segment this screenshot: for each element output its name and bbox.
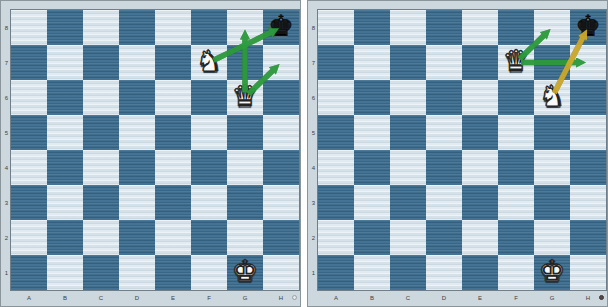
board-square-g1[interactable]: ♚ [227,255,263,290]
board-square-d3[interactable] [426,185,462,220]
file-label-f: F [514,294,518,302]
board-square-h5[interactable] [570,115,606,150]
board-square-e1[interactable] [155,255,191,290]
board-square-f1[interactable] [191,255,227,290]
board-square-a7[interactable] [11,45,47,80]
board-square-h5[interactable] [263,115,299,150]
rank-label-5: 5 [3,130,10,136]
file-label-b: B [370,294,374,302]
board-square-a3[interactable] [318,185,354,220]
board-square-f6[interactable] [191,80,227,115]
board-square-c4[interactable] [83,150,119,185]
board-square-c6[interactable] [83,80,119,115]
board-square-e5[interactable] [462,115,498,150]
board-square-g8[interactable] [534,10,570,45]
board-square-c1[interactable] [390,255,426,290]
board-square-d1[interactable] [119,255,155,290]
board-square-b2[interactable] [354,220,390,255]
white-to-move-indicator [292,295,297,300]
black-king-h8[interactable]: ♚ [268,9,294,44]
board-square-f7[interactable]: ♞ [191,45,227,80]
board-square-a6[interactable] [318,80,354,115]
rank-label-4: 4 [3,165,10,171]
board-square-a1[interactable] [11,255,47,290]
board-square-a7[interactable] [318,45,354,80]
file-label-g: G [243,294,248,302]
rank-label-2: 2 [310,235,317,241]
board-square-h8[interactable]: ♚ [570,10,606,45]
board-square-d7[interactable] [426,45,462,80]
board-square-b6[interactable] [354,80,390,115]
board-square-d6[interactable] [426,80,462,115]
rank-label-7: 7 [310,60,317,66]
file-label-e: E [478,294,482,302]
file-label-a: A [334,294,338,302]
board-square-e3[interactable] [155,185,191,220]
board-square-d5[interactable] [426,115,462,150]
board-square-a8[interactable] [11,10,47,45]
rank-label-1: 1 [310,270,317,276]
board-square-a2[interactable] [318,220,354,255]
rank-label-8: 8 [3,25,10,31]
board-square-c6[interactable] [390,80,426,115]
board-square-c5[interactable] [390,115,426,150]
board-square-h1[interactable] [263,255,299,290]
board-square-a4[interactable] [11,150,47,185]
board-square-c2[interactable] [390,220,426,255]
board-square-f4[interactable] [498,150,534,185]
board-square-b5[interactable] [354,115,390,150]
board-square-d2[interactable] [426,220,462,255]
board-square-d1[interactable] [426,255,462,290]
rank-label-3: 3 [310,200,317,206]
board-square-e2[interactable] [155,220,191,255]
board-square-h7[interactable] [570,45,606,80]
board-square-h7[interactable] [263,45,299,80]
board-square-f5[interactable] [191,115,227,150]
board-square-d4[interactable] [426,150,462,185]
file-label-c: C [406,294,410,302]
board-square-g5[interactable] [227,115,263,150]
white-king-g1[interactable]: ♚ [539,254,565,289]
board-square-d4[interactable] [119,150,155,185]
right-board-panel: ♚♛♞♚87654321ABCDEFGH [307,0,608,307]
board-square-a3[interactable] [11,185,47,220]
board-square-h1[interactable] [570,255,606,290]
board-square-f1[interactable] [498,255,534,290]
board-square-f3[interactable] [498,185,534,220]
board-square-d7[interactable] [119,45,155,80]
file-label-h: H [279,294,283,302]
file-label-c: C [99,294,103,302]
board-square-b3[interactable] [354,185,390,220]
board-square-c8[interactable] [390,10,426,45]
board-square-a6[interactable] [11,80,47,115]
board-square-b3[interactable] [47,185,83,220]
file-label-a: A [27,294,31,302]
board-square-e6[interactable] [462,80,498,115]
black-to-move-indicator [599,295,604,300]
board-square-g6[interactable]: ♛ [227,80,263,115]
board-square-g4[interactable] [534,150,570,185]
board-square-h3[interactable] [263,185,299,220]
rank-label-1: 1 [3,270,10,276]
black-king-h8[interactable]: ♚ [575,9,601,44]
board-square-b1[interactable] [47,255,83,290]
white-knight-f7[interactable]: ♞ [196,44,222,79]
rank-label-4: 4 [310,165,317,171]
left-board-panel: ♚♞♛♚87654321ABCDEFGH [0,0,301,307]
board-square-c7[interactable] [83,45,119,80]
board-square-b7[interactable] [47,45,83,80]
rank-label-8: 8 [310,25,317,31]
board-square-f3[interactable] [191,185,227,220]
board-square-h6[interactable] [570,80,606,115]
board-square-d3[interactable] [119,185,155,220]
board-square-c5[interactable] [83,115,119,150]
chess-diagram-pair: ♚♞♛♚87654321ABCDEFGH ♚♛♞♚87654321ABCDEFG… [0,0,608,307]
board-square-g6[interactable]: ♞ [534,80,570,115]
board-square-g2[interactable] [227,220,263,255]
board-square-b5[interactable] [47,115,83,150]
board-square-e1[interactable] [462,255,498,290]
board-square-g8[interactable] [227,10,263,45]
board-square-b6[interactable] [47,80,83,115]
board-square-b1[interactable] [354,255,390,290]
white-queen-g6[interactable]: ♛ [232,79,258,114]
board-square-g2[interactable] [534,220,570,255]
file-label-h: H [586,294,590,302]
white-knight-g6[interactable]: ♞ [539,79,565,114]
board-square-b2[interactable] [47,220,83,255]
board-square-e7[interactable] [462,45,498,80]
board-square-g3[interactable] [534,185,570,220]
board-square-h3[interactable] [570,185,606,220]
board-square-g7[interactable] [227,45,263,80]
board-square-e6[interactable] [155,80,191,115]
white-queen-f7[interactable]: ♛ [503,44,529,79]
board-square-g3[interactable] [227,185,263,220]
board-square-d8[interactable] [426,10,462,45]
board-square-h8[interactable]: ♚ [263,10,299,45]
rank-label-7: 7 [3,60,10,66]
board-square-h2[interactable] [263,220,299,255]
file-label-d: D [442,294,446,302]
board-square-b8[interactable] [354,10,390,45]
rank-label-6: 6 [3,95,10,101]
file-label-f: F [207,294,211,302]
board-square-g5[interactable] [534,115,570,150]
board-square-d2[interactable] [119,220,155,255]
board-square-b7[interactable] [354,45,390,80]
board-square-h4[interactable] [570,150,606,185]
board-square-c7[interactable] [390,45,426,80]
board-square-c4[interactable] [390,150,426,185]
file-label-b: B [63,294,67,302]
board-square-e8[interactable] [155,10,191,45]
board-square-c3[interactable] [83,185,119,220]
board-square-c8[interactable] [83,10,119,45]
board-square-e3[interactable] [462,185,498,220]
board-square-d6[interactable] [119,80,155,115]
board-square-a1[interactable] [318,255,354,290]
board-square-g1[interactable]: ♚ [534,255,570,290]
left-board: ♚♞♛♚ [10,9,300,291]
board-square-h4[interactable] [263,150,299,185]
board-square-a8[interactable] [318,10,354,45]
chess-board-grid: ♚♞♛♚ [11,10,299,290]
right-board: ♚♛♞♚ [317,9,607,291]
board-square-e5[interactable] [155,115,191,150]
board-square-a2[interactable] [11,220,47,255]
board-square-a4[interactable] [318,150,354,185]
rank-label-6: 6 [310,95,317,101]
board-square-e7[interactable] [155,45,191,80]
board-square-f2[interactable] [498,220,534,255]
board-square-e4[interactable] [462,150,498,185]
rank-label-5: 5 [310,130,317,136]
board-square-d8[interactable] [119,10,155,45]
board-square-f8[interactable] [498,10,534,45]
board-square-g4[interactable] [227,150,263,185]
board-square-f5[interactable] [498,115,534,150]
board-square-f7[interactable]: ♛ [498,45,534,80]
board-square-a5[interactable] [318,115,354,150]
board-square-b4[interactable] [47,150,83,185]
board-square-e2[interactable] [462,220,498,255]
board-square-f8[interactable] [191,10,227,45]
file-label-d: D [135,294,139,302]
chess-board-grid: ♚♛♞♚ [318,10,606,290]
board-square-f4[interactable] [191,150,227,185]
file-label-e: E [171,294,175,302]
rank-label-2: 2 [3,235,10,241]
board-square-h2[interactable] [570,220,606,255]
board-square-c1[interactable] [83,255,119,290]
white-king-g1[interactable]: ♚ [232,254,258,289]
file-label-g: G [550,294,555,302]
board-square-c2[interactable] [83,220,119,255]
board-square-f2[interactable] [191,220,227,255]
board-square-b8[interactable] [47,10,83,45]
board-square-a5[interactable] [11,115,47,150]
board-square-c3[interactable] [390,185,426,220]
board-square-h6[interactable] [263,80,299,115]
board-square-e4[interactable] [155,150,191,185]
rank-label-3: 3 [3,200,10,206]
board-square-g7[interactable] [534,45,570,80]
board-square-e8[interactable] [462,10,498,45]
board-square-f6[interactable] [498,80,534,115]
board-square-d5[interactable] [119,115,155,150]
board-square-b4[interactable] [354,150,390,185]
